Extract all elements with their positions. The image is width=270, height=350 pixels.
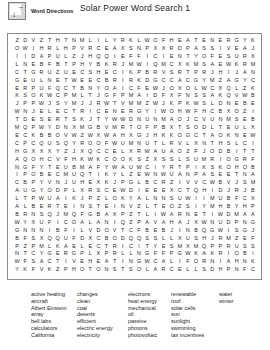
grid-cell[interactable]: W <box>37 124 45 132</box>
grid-cell[interactable]: E <box>224 171 232 179</box>
grid-cell[interactable]: M <box>127 100 135 108</box>
grid-cell[interactable]: R <box>119 37 127 45</box>
grid-cell[interactable]: K <box>102 171 110 179</box>
grid-cell[interactable]: S <box>54 100 62 108</box>
grid-cell[interactable]: W <box>13 219 21 227</box>
grid-cell[interactable]: P <box>135 219 143 227</box>
grid-cell[interactable]: S <box>127 45 135 53</box>
grid-cell[interactable]: E <box>241 235 249 243</box>
grid-cell[interactable]: B <box>13 211 21 219</box>
grid-cell[interactable]: N <box>29 211 37 219</box>
grid-cell[interactable]: E <box>13 132 21 140</box>
grid-cell[interactable]: X <box>119 45 127 53</box>
grid-cell[interactable]: W <box>111 163 119 171</box>
grid-cell[interactable]: G <box>233 37 241 45</box>
grid-cell[interactable]: N <box>208 37 216 45</box>
grid-cell[interactable]: O <box>176 148 184 156</box>
grid-cell[interactable]: K <box>168 132 176 140</box>
grid-cell[interactable]: T <box>216 124 224 132</box>
grid-cell[interactable]: B <box>102 77 110 85</box>
grid-cell[interactable]: L <box>143 266 151 274</box>
grid-cell[interactable]: U <box>29 77 37 85</box>
grid-cell[interactable]: N <box>184 171 192 179</box>
grid-cell[interactable]: S <box>208 171 216 179</box>
grid-cell[interactable]: Z <box>143 156 151 164</box>
grid-cell[interactable]: D <box>216 100 224 108</box>
grid-cell[interactable]: W <box>208 179 216 187</box>
grid-cell[interactable]: T <box>249 148 257 156</box>
grid-cell[interactable]: X <box>176 84 184 92</box>
grid-cell[interactable]: O <box>111 235 119 243</box>
grid-cell[interactable]: L <box>86 37 94 45</box>
grid-cell[interactable]: E <box>54 108 62 116</box>
grid-cell[interactable]: R <box>176 69 184 77</box>
grid-cell[interactable]: Y <box>102 116 110 124</box>
grid-cell[interactable]: E <box>168 53 176 61</box>
grid-cell[interactable]: L <box>192 266 200 274</box>
grid-cell[interactable]: C <box>29 140 37 148</box>
grid-cell[interactable]: X <box>192 219 200 227</box>
grid-cell[interactable]: Z <box>184 148 192 156</box>
grid-cell[interactable]: E <box>102 203 110 211</box>
grid-cell[interactable]: C <box>184 77 192 85</box>
grid-cell[interactable]: Z <box>143 100 151 108</box>
grid-cell[interactable]: H <box>200 108 208 116</box>
grid-cell[interactable]: R <box>176 211 184 219</box>
grid-cell[interactable]: I <box>29 45 37 53</box>
grid-cell[interactable]: K <box>184 61 192 69</box>
grid-cell[interactable]: X <box>111 211 119 219</box>
grid-cell[interactable]: C <box>94 45 102 53</box>
grid-cell[interactable]: U <box>62 235 70 243</box>
grid-cell[interactable]: M <box>78 124 86 132</box>
grid-cell[interactable]: P <box>102 250 110 258</box>
grid-cell[interactable]: X <box>127 132 135 140</box>
grid-cell[interactable]: V <box>224 45 232 53</box>
grid-cell[interactable]: D <box>127 187 135 195</box>
grid-cell[interactable]: K <box>216 92 224 100</box>
grid-cell[interactable]: E <box>13 84 21 92</box>
grid-cell[interactable]: N <box>241 219 249 227</box>
grid-cell[interactable]: T <box>135 211 143 219</box>
grid-cell[interactable]: L <box>208 124 216 132</box>
grid-cell[interactable]: P <box>62 187 70 195</box>
grid-cell[interactable]: N <box>151 116 159 124</box>
grid-cell[interactable]: Y <box>192 53 200 61</box>
grid-cell[interactable]: M <box>62 171 70 179</box>
grid-cell[interactable]: G <box>184 132 192 140</box>
grid-cell[interactable]: A <box>159 219 167 227</box>
grid-cell[interactable]: D <box>200 124 208 132</box>
grid-cell[interactable]: R <box>241 53 249 61</box>
grid-cell[interactable]: L <box>168 258 176 266</box>
grid-cell[interactable]: O <box>102 84 110 92</box>
grid-cell[interactable]: O <box>54 132 62 140</box>
grid-cell[interactable]: B <box>46 132 54 140</box>
grid-cell[interactable]: F <box>46 84 54 92</box>
grid-cell[interactable]: D <box>78 235 86 243</box>
grid-cell[interactable]: H <box>151 132 159 140</box>
grid-cell[interactable]: C <box>249 77 257 85</box>
grid-cell[interactable]: C <box>13 179 21 187</box>
grid-cell[interactable]: M <box>111 124 119 132</box>
grid-cell[interactable]: W <box>143 171 151 179</box>
grid-cell[interactable]: E <box>241 116 249 124</box>
grid-cell[interactable]: F <box>111 92 119 100</box>
grid-cell[interactable]: X <box>46 148 54 156</box>
grid-cell[interactable]: P <box>168 250 176 258</box>
grid-cell[interactable]: S <box>224 53 232 61</box>
grid-cell[interactable]: Z <box>127 219 135 227</box>
grid-cell[interactable]: P <box>29 84 37 92</box>
grid-cell[interactable]: D <box>94 227 102 235</box>
grid-cell[interactable]: E <box>143 187 151 195</box>
grid-cell[interactable]: R <box>216 250 224 258</box>
grid-cell[interactable]: E <box>151 227 159 235</box>
grid-cell[interactable]: A <box>151 148 159 156</box>
grid-cell[interactable]: H <box>62 45 70 53</box>
grid-cell[interactable]: C <box>102 156 110 164</box>
grid-cell[interactable]: D <box>29 53 37 61</box>
grid-cell[interactable]: N <box>54 179 62 187</box>
grid-cell[interactable]: N <box>102 219 110 227</box>
grid-cell[interactable]: I <box>151 108 159 116</box>
grid-cell[interactable]: S <box>208 163 216 171</box>
grid-cell[interactable]: Z <box>127 211 135 219</box>
grid-cell[interactable]: A <box>184 37 192 45</box>
grid-cell[interactable]: L <box>184 140 192 148</box>
grid-cell[interactable]: E <box>159 203 167 211</box>
grid-cell[interactable]: H <box>70 266 78 274</box>
grid-cell[interactable]: N <box>46 77 54 85</box>
grid-cell[interactable]: H <box>168 219 176 227</box>
grid-cell[interactable]: F <box>249 156 257 164</box>
grid-cell[interactable]: P <box>135 69 143 77</box>
grid-cell[interactable]: J <box>62 179 70 187</box>
grid-cell[interactable]: I <box>224 250 232 258</box>
grid-cell[interactable]: I <box>216 45 224 53</box>
grid-cell[interactable]: O <box>176 116 184 124</box>
grid-cell[interactable]: W <box>216 227 224 235</box>
grid-cell[interactable]: N <box>127 258 135 266</box>
grid-cell[interactable]: E <box>78 258 86 266</box>
grid-cell[interactable]: N <box>249 69 257 77</box>
grid-cell[interactable]: T <box>86 171 94 179</box>
grid-cell[interactable]: X <box>168 92 176 100</box>
grid-cell[interactable]: K <box>29 132 37 140</box>
grid-cell[interactable]: K <box>119 195 127 203</box>
grid-cell[interactable]: T <box>241 148 249 156</box>
grid-cell[interactable]: T <box>21 195 29 203</box>
grid-cell[interactable]: V <box>176 140 184 148</box>
grid-cell[interactable]: G <box>46 250 54 258</box>
grid-cell[interactable]: X <box>151 45 159 53</box>
grid-cell[interactable]: W <box>102 100 110 108</box>
grid-cell[interactable]: K <box>200 163 208 171</box>
grid-cell[interactable]: X <box>78 148 86 156</box>
grid-cell[interactable]: U <box>46 140 54 148</box>
grid-cell[interactable]: L <box>119 171 127 179</box>
grid-cell[interactable]: I <box>86 108 94 116</box>
grid-cell[interactable]: N <box>70 37 78 45</box>
grid-cell[interactable]: F <box>135 227 143 235</box>
grid-cell[interactable]: E <box>216 37 224 45</box>
grid-cell[interactable]: F <box>29 163 37 171</box>
grid-cell[interactable]: E <box>46 171 54 179</box>
grid-cell[interactable]: B <box>102 235 110 243</box>
grid-cell[interactable]: X <box>94 250 102 258</box>
grid-cell[interactable]: Z <box>54 266 62 274</box>
grid-cell[interactable]: A <box>135 195 143 203</box>
grid-cell[interactable]: R <box>216 235 224 243</box>
grid-cell[interactable]: T <box>111 100 119 108</box>
grid-cell[interactable]: T <box>233 171 241 179</box>
grid-cell[interactable]: I <box>249 140 257 148</box>
grid-cell[interactable]: P <box>216 242 224 250</box>
grid-cell[interactable]: R <box>78 108 86 116</box>
grid-cell[interactable]: Y <box>46 124 54 132</box>
grid-cell[interactable]: S <box>70 116 78 124</box>
grid-cell[interactable]: K <box>102 179 110 187</box>
grid-cell[interactable]: G <box>249 219 257 227</box>
grid-cell[interactable]: W <box>143 258 151 266</box>
grid-cell[interactable]: J <box>224 187 232 195</box>
grid-cell[interactable]: N <box>184 227 192 235</box>
grid-cell[interactable]: G <box>241 227 249 235</box>
grid-cell[interactable]: U <box>184 235 192 243</box>
grid-cell[interactable]: V <box>184 179 192 187</box>
grid-cell[interactable]: I <box>70 227 78 235</box>
grid-cell[interactable]: D <box>143 77 151 85</box>
grid-cell[interactable]: T <box>13 116 21 124</box>
grid-cell[interactable]: U <box>233 124 241 132</box>
grid-cell[interactable]: P <box>208 242 216 250</box>
grid-cell[interactable]: M <box>249 61 257 69</box>
grid-cell[interactable]: L <box>159 235 167 243</box>
grid-cell[interactable]: R <box>62 250 70 258</box>
grid-cell[interactable]: G <box>151 77 159 85</box>
grid-cell[interactable]: I <box>54 219 62 227</box>
grid-cell[interactable]: S <box>111 266 119 274</box>
grid-cell[interactable]: I <box>200 195 208 203</box>
grid-cell[interactable]: M <box>70 100 78 108</box>
grid-cell[interactable]: U <box>143 140 151 148</box>
grid-cell[interactable]: G <box>70 250 78 258</box>
grid-cell[interactable]: R <box>168 140 176 148</box>
grid-cell[interactable]: V <box>192 179 200 187</box>
grid-cell[interactable]: Q <box>21 124 29 132</box>
grid-cell[interactable]: C <box>208 108 216 116</box>
grid-cell[interactable]: T <box>151 203 159 211</box>
grid-cell[interactable]: I <box>159 53 167 61</box>
grid-cell[interactable]: U <box>143 116 151 124</box>
grid-cell[interactable]: X <box>37 235 45 243</box>
grid-cell[interactable]: I <box>208 211 216 219</box>
grid-cell[interactable]: J <box>94 92 102 100</box>
grid-cell[interactable]: M <box>208 203 216 211</box>
grid-cell[interactable]: Q <box>54 84 62 92</box>
grid-cell[interactable]: C <box>62 84 70 92</box>
grid-cell[interactable]: R <box>54 116 62 124</box>
grid-cell[interactable]: G <box>233 156 241 164</box>
grid-cell[interactable]: Z <box>78 132 86 140</box>
grid-cell[interactable]: B <box>224 203 232 211</box>
grid-cell[interactable]: W <box>159 211 167 219</box>
grid-cell[interactable]: L <box>241 124 249 132</box>
grid-cell[interactable]: R <box>111 250 119 258</box>
grid-cell[interactable]: Y <box>37 187 45 195</box>
grid-cell[interactable]: U <box>70 179 78 187</box>
grid-cell[interactable]: B <box>192 227 200 235</box>
grid-cell[interactable]: U <box>37 219 45 227</box>
grid-cell[interactable]: R <box>200 258 208 266</box>
grid-cell[interactable]: X <box>249 195 257 203</box>
grid-cell[interactable]: G <box>135 108 143 116</box>
grid-cell[interactable]: F <box>62 227 70 235</box>
grid-cell[interactable]: P <box>29 242 37 250</box>
grid-cell[interactable]: Y <box>127 195 135 203</box>
grid-cell[interactable]: R <box>111 61 119 69</box>
grid-cell[interactable]: I <box>192 195 200 203</box>
grid-cell[interactable]: E <box>249 100 257 108</box>
grid-cell[interactable]: J <box>159 84 167 92</box>
grid-cell[interactable]: I <box>119 84 127 92</box>
grid-cell[interactable]: V <box>233 92 241 100</box>
grid-cell[interactable]: X <box>151 156 159 164</box>
grid-cell[interactable]: H <box>241 203 249 211</box>
grid-cell[interactable]: G <box>208 227 216 235</box>
grid-cell[interactable]: T <box>200 132 208 140</box>
grid-cell[interactable]: D <box>21 37 29 45</box>
grid-cell[interactable]: M <box>233 211 241 219</box>
grid-cell[interactable]: O <box>46 187 54 195</box>
grid-cell[interactable]: V <box>62 132 70 140</box>
grid-cell[interactable]: F <box>184 258 192 266</box>
grid-cell[interactable]: B <box>94 211 102 219</box>
grid-cell[interactable]: J <box>208 69 216 77</box>
grid-cell[interactable]: D <box>54 124 62 132</box>
grid-cell[interactable]: U <box>37 84 45 92</box>
grid-cell[interactable]: T <box>46 163 54 171</box>
grid-cell[interactable]: L <box>168 235 176 243</box>
grid-cell[interactable]: L <box>78 242 86 250</box>
grid-cell[interactable]: V <box>111 227 119 235</box>
grid-cell[interactable]: M <box>249 179 257 187</box>
grid-cell[interactable]: Q <box>192 187 200 195</box>
grid-cell[interactable]: N <box>233 132 241 140</box>
grid-cell[interactable]: I <box>216 156 224 164</box>
grid-cell[interactable]: I <box>111 219 119 227</box>
grid-cell[interactable]: P <box>86 195 94 203</box>
grid-cell[interactable]: P <box>151 124 159 132</box>
grid-cell[interactable]: U <box>216 195 224 203</box>
grid-cell[interactable]: V <box>151 219 159 227</box>
grid-cell[interactable]: D <box>176 45 184 53</box>
grid-cell[interactable]: G <box>127 179 135 187</box>
grid-cell[interactable]: Z <box>54 69 62 77</box>
grid-cell[interactable]: E <box>86 242 94 250</box>
grid-cell[interactable]: U <box>216 219 224 227</box>
grid-cell[interactable]: K <box>13 92 21 100</box>
grid-cell[interactable]: X <box>86 235 94 243</box>
grid-cell[interactable]: J <box>208 235 216 243</box>
grid-cell[interactable]: I <box>94 37 102 45</box>
grid-cell[interactable]: Z <box>135 203 143 211</box>
grid-cell[interactable]: S <box>184 124 192 132</box>
grid-cell[interactable]: B <box>78 84 86 92</box>
grid-cell[interactable]: L <box>86 250 94 258</box>
grid-cell[interactable]: C <box>111 69 119 77</box>
grid-cell[interactable]: L <box>86 219 94 227</box>
grid-cell[interactable]: L <box>208 100 216 108</box>
grid-cell[interactable]: Y <box>241 77 249 85</box>
grid-cell[interactable]: I <box>70 203 78 211</box>
grid-cell[interactable]: B <box>249 187 257 195</box>
grid-cell[interactable]: E <box>70 242 78 250</box>
grid-cell[interactable]: H <box>216 203 224 211</box>
grid-cell[interactable]: L <box>159 140 167 148</box>
grid-cell[interactable]: A <box>151 266 159 274</box>
grid-cell[interactable]: B <box>54 61 62 69</box>
grid-cell[interactable]: G <box>176 250 184 258</box>
grid-cell[interactable]: Y <box>102 163 110 171</box>
grid-cell[interactable]: I <box>192 163 200 171</box>
grid-cell[interactable]: Z <box>216 77 224 85</box>
grid-cell[interactable]: W <box>102 132 110 140</box>
grid-cell[interactable]: V <box>37 266 45 274</box>
grid-cell[interactable]: R <box>86 187 94 195</box>
grid-cell[interactable]: O <box>192 124 200 132</box>
grid-cell[interactable]: E <box>102 45 110 53</box>
grid-cell[interactable]: I <box>216 258 224 266</box>
grid-cell[interactable]: Z <box>127 171 135 179</box>
grid-cell[interactable]: Q <box>62 140 70 148</box>
grid-cell[interactable]: F <box>151 250 159 258</box>
grid-cell[interactable]: H <box>119 132 127 140</box>
grid-cell[interactable]: X <box>70 124 78 132</box>
grid-cell[interactable]: L <box>46 242 54 250</box>
grid-cell[interactable]: W <box>151 84 159 92</box>
grid-cell[interactable]: T <box>208 140 216 148</box>
grid-cell[interactable]: Q <box>135 235 143 243</box>
grid-cell[interactable]: W <box>200 219 208 227</box>
grid-cell[interactable]: G <box>102 92 110 100</box>
grid-cell[interactable]: D <box>119 235 127 243</box>
grid-cell[interactable]: W <box>184 108 192 116</box>
grid-cell[interactable]: S <box>241 242 249 250</box>
grid-cell[interactable]: X <box>249 124 257 132</box>
grid-cell[interactable]: I <box>94 171 102 179</box>
grid-cell[interactable]: F <box>78 211 86 219</box>
grid-cell[interactable]: E <box>159 187 167 195</box>
grid-cell[interactable]: A <box>13 187 21 195</box>
grid-cell[interactable]: P <box>21 140 29 148</box>
grid-cell[interactable]: S <box>192 92 200 100</box>
grid-cell[interactable]: N <box>241 171 249 179</box>
grid-cell[interactable]: T <box>176 163 184 171</box>
grid-cell[interactable]: A <box>176 171 184 179</box>
grid-cell[interactable]: I <box>143 61 151 69</box>
grid-cell[interactable]: G <box>143 250 151 258</box>
grid-cell[interactable]: I <box>249 108 257 116</box>
grid-cell[interactable]: M <box>176 242 184 250</box>
grid-cell[interactable]: K <box>233 61 241 69</box>
grid-cell[interactable]: U <box>21 187 29 195</box>
grid-cell[interactable]: T <box>62 116 70 124</box>
grid-cell[interactable]: I <box>62 195 70 203</box>
grid-cell[interactable]: N <box>13 163 21 171</box>
grid-cell[interactable]: Y <box>21 219 29 227</box>
